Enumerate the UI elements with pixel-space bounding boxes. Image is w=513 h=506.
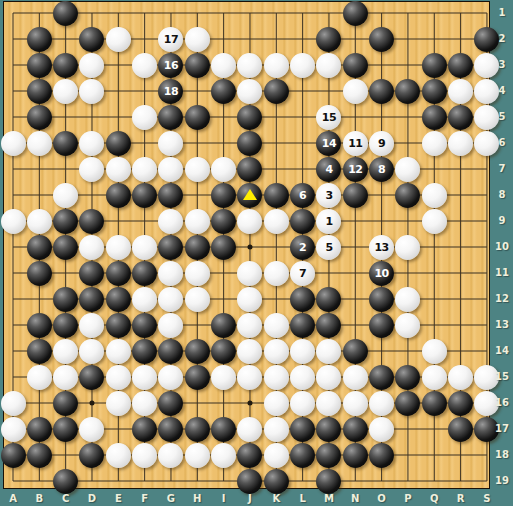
row-label-19: 19 <box>492 475 512 486</box>
stone-D4[interactable] <box>79 79 104 104</box>
stone-H2[interactable] <box>185 27 210 52</box>
stone-O18[interactable] <box>369 443 394 468</box>
stone-D13[interactable] <box>79 313 104 338</box>
stone-N16[interactable] <box>343 391 368 416</box>
row-label-11: 11 <box>492 267 512 278</box>
stone-B5[interactable] <box>27 105 52 130</box>
col-label-K: K <box>268 493 284 504</box>
col-label-O: O <box>374 493 390 504</box>
stone-B14[interactable] <box>27 339 52 364</box>
stone-Q9[interactable] <box>422 209 447 234</box>
stone-N18[interactable] <box>343 443 368 468</box>
stone-G13[interactable] <box>158 313 183 338</box>
stone-N17[interactable] <box>343 417 368 442</box>
stone-I9[interactable] <box>211 209 236 234</box>
stone-B9[interactable] <box>27 209 52 234</box>
stone-R4[interactable] <box>448 79 473 104</box>
stone-B17[interactable] <box>27 417 52 442</box>
stone-E18[interactable] <box>106 443 131 468</box>
stone-J18[interactable] <box>237 443 262 468</box>
row-label-18: 18 <box>492 449 512 460</box>
col-label-C: C <box>58 493 74 504</box>
stone-P12[interactable] <box>395 287 420 312</box>
col-label-B: B <box>31 493 47 504</box>
stone-O10[interactable]: 13 <box>369 235 394 260</box>
stone-I18[interactable] <box>211 443 236 468</box>
stone-F7[interactable] <box>132 157 157 182</box>
stone-R17[interactable] <box>448 417 473 442</box>
stone-F10[interactable] <box>132 235 157 260</box>
col-label-R: R <box>453 493 469 504</box>
row-label-16: 16 <box>492 397 512 408</box>
stone-Q8[interactable] <box>422 183 447 208</box>
stone-L12[interactable] <box>290 287 315 312</box>
triangle-marker <box>243 189 257 200</box>
stone-R3[interactable] <box>448 53 473 78</box>
stone-C3[interactable] <box>53 53 78 78</box>
stone-E15[interactable] <box>106 365 131 390</box>
stone-E6[interactable] <box>106 131 131 156</box>
stone-A6[interactable] <box>1 131 26 156</box>
stone-H3[interactable] <box>185 53 210 78</box>
stone-B11[interactable] <box>27 261 52 286</box>
stone-J17[interactable] <box>237 417 262 442</box>
stone-C15[interactable] <box>53 365 78 390</box>
stone-B6[interactable] <box>27 131 52 156</box>
stone-H9[interactable] <box>185 209 210 234</box>
row-label-8: 8 <box>492 189 512 200</box>
stone-O2[interactable] <box>369 27 394 52</box>
stone-R5[interactable] <box>448 105 473 130</box>
row-label-15: 15 <box>492 371 512 382</box>
stone-G12[interactable] <box>158 287 183 312</box>
stone-J3[interactable] <box>237 53 262 78</box>
stone-J9[interactable] <box>237 209 262 234</box>
stone-E8[interactable] <box>106 183 131 208</box>
stone-N6[interactable]: 11 <box>343 131 368 156</box>
stone-K18[interactable] <box>264 443 289 468</box>
stone-N7[interactable]: 12 <box>343 157 368 182</box>
stone-G7[interactable] <box>158 157 183 182</box>
stone-E10[interactable] <box>106 235 131 260</box>
stone-J14[interactable] <box>237 339 262 364</box>
stone-D14[interactable] <box>79 339 104 364</box>
col-label-D: D <box>84 493 100 504</box>
stone-F12[interactable] <box>132 287 157 312</box>
stone-M10[interactable]: 5 <box>316 235 341 260</box>
stone-I10[interactable] <box>211 235 236 260</box>
stone-K8[interactable] <box>264 183 289 208</box>
stone-F14[interactable] <box>132 339 157 364</box>
stone-F13[interactable] <box>132 313 157 338</box>
stone-P13[interactable] <box>395 313 420 338</box>
stone-J13[interactable] <box>237 313 262 338</box>
stone-G11[interactable] <box>158 261 183 286</box>
col-label-A: A <box>5 493 21 504</box>
row-label-4: 4 <box>492 85 512 96</box>
stone-C4[interactable] <box>53 79 78 104</box>
stone-F16[interactable] <box>132 391 157 416</box>
stone-C13[interactable] <box>53 313 78 338</box>
stone-H15[interactable] <box>185 365 210 390</box>
stone-L11[interactable]: 7 <box>290 261 315 286</box>
stone-Q6[interactable] <box>422 131 447 156</box>
stone-N14[interactable] <box>343 339 368 364</box>
stone-K3[interactable] <box>264 53 289 78</box>
stone-H11[interactable] <box>185 261 210 286</box>
stone-K17[interactable] <box>264 417 289 442</box>
stone-H7[interactable] <box>185 157 210 182</box>
stone-L13[interactable] <box>290 313 315 338</box>
col-label-M: M <box>321 493 337 504</box>
stone-C1[interactable] <box>53 1 78 26</box>
stone-C14[interactable] <box>53 339 78 364</box>
stone-J15[interactable] <box>237 365 262 390</box>
stone-I17[interactable] <box>211 417 236 442</box>
stone-C17[interactable] <box>53 417 78 442</box>
stone-L8[interactable]: 6 <box>290 183 315 208</box>
stone-G17[interactable] <box>158 417 183 442</box>
star-point <box>247 245 252 250</box>
stone-L17[interactable] <box>290 417 315 442</box>
stone-R6[interactable] <box>448 131 473 156</box>
stone-G10[interactable] <box>158 235 183 260</box>
star-point <box>247 401 252 406</box>
stone-K13[interactable] <box>264 313 289 338</box>
stone-K16[interactable] <box>264 391 289 416</box>
stone-B18[interactable] <box>27 443 52 468</box>
stone-C8[interactable] <box>53 183 78 208</box>
stone-D6[interactable] <box>79 131 104 156</box>
stone-L14[interactable] <box>290 339 315 364</box>
stone-B2[interactable] <box>27 27 52 52</box>
col-label-S: S <box>479 493 495 504</box>
stone-F5[interactable] <box>132 105 157 130</box>
col-label-F: F <box>137 493 153 504</box>
stone-F8[interactable] <box>132 183 157 208</box>
stone-I3[interactable] <box>211 53 236 78</box>
stone-I15[interactable] <box>211 365 236 390</box>
stone-O7[interactable]: 8 <box>369 157 394 182</box>
stone-M13[interactable] <box>316 313 341 338</box>
stone-L15[interactable] <box>290 365 315 390</box>
stone-N4[interactable] <box>343 79 368 104</box>
stone-B10[interactable] <box>27 235 52 260</box>
stone-M6[interactable]: 14 <box>316 131 341 156</box>
col-label-N: N <box>347 493 363 504</box>
stone-R16[interactable] <box>448 391 473 416</box>
stone-C16[interactable] <box>53 391 78 416</box>
stone-G9[interactable] <box>158 209 183 234</box>
stone-E13[interactable] <box>106 313 131 338</box>
stone-H18[interactable] <box>185 443 210 468</box>
stone-M5[interactable]: 15 <box>316 105 341 130</box>
stone-G15[interactable] <box>158 365 183 390</box>
stone-Q4[interactable] <box>422 79 447 104</box>
row-label-10: 10 <box>492 241 512 252</box>
stone-J12[interactable] <box>237 287 262 312</box>
row-label-5: 5 <box>492 111 512 122</box>
row-label-17: 17 <box>492 423 512 434</box>
stone-Q3[interactable] <box>422 53 447 78</box>
row-label-9: 9 <box>492 215 512 226</box>
row-label-1: 1 <box>492 7 512 18</box>
stone-D7[interactable] <box>79 157 104 182</box>
stone-R15[interactable] <box>448 365 473 390</box>
stone-E14[interactable] <box>106 339 131 364</box>
stone-C12[interactable] <box>53 287 78 312</box>
stone-M7[interactable]: 4 <box>316 157 341 182</box>
stone-C9[interactable] <box>53 209 78 234</box>
col-label-J: J <box>242 493 258 504</box>
stone-K19[interactable] <box>264 469 289 494</box>
stone-A18[interactable] <box>1 443 26 468</box>
col-label-Q: Q <box>426 493 442 504</box>
stone-J5[interactable] <box>237 105 262 130</box>
stone-M19[interactable] <box>316 469 341 494</box>
stone-F3[interactable] <box>132 53 157 78</box>
row-label-14: 14 <box>492 345 512 356</box>
stone-O11[interactable]: 10 <box>369 261 394 286</box>
stone-M18[interactable] <box>316 443 341 468</box>
stone-E16[interactable] <box>106 391 131 416</box>
stone-D15[interactable] <box>79 365 104 390</box>
stone-L18[interactable] <box>290 443 315 468</box>
stone-O4[interactable] <box>369 79 394 104</box>
stone-N1[interactable] <box>343 1 368 26</box>
stone-D11[interactable] <box>79 261 104 286</box>
stone-D12[interactable] <box>79 287 104 312</box>
stone-K14[interactable] <box>264 339 289 364</box>
stone-H12[interactable] <box>185 287 210 312</box>
stone-D10[interactable] <box>79 235 104 260</box>
stone-F11[interactable] <box>132 261 157 286</box>
stone-F17[interactable] <box>132 417 157 442</box>
stone-G3[interactable]: 16 <box>158 53 183 78</box>
stone-M2[interactable] <box>316 27 341 52</box>
stone-G5[interactable] <box>158 105 183 130</box>
stone-G16[interactable] <box>158 391 183 416</box>
stone-O17[interactable] <box>369 417 394 442</box>
stone-N8[interactable] <box>343 183 368 208</box>
stone-M3[interactable] <box>316 53 341 78</box>
stone-J19[interactable] <box>237 469 262 494</box>
col-label-I: I <box>216 493 232 504</box>
stone-L3[interactable] <box>290 53 315 78</box>
stone-H5[interactable] <box>185 105 210 130</box>
stone-Q15[interactable] <box>422 365 447 390</box>
go-board-frame: 171618151411941286312513710 ABCDEFGHIJKL… <box>0 0 513 506</box>
stone-G14[interactable] <box>158 339 183 364</box>
star-point <box>89 401 94 406</box>
stone-L16[interactable] <box>290 391 315 416</box>
stone-P10[interactable] <box>395 235 420 260</box>
stone-F18[interactable] <box>132 443 157 468</box>
stone-B15[interactable] <box>27 365 52 390</box>
stone-J4[interactable] <box>237 79 262 104</box>
stone-G2[interactable]: 17 <box>158 27 183 52</box>
row-label-12: 12 <box>492 293 512 304</box>
stone-F15[interactable] <box>132 365 157 390</box>
col-label-P: P <box>400 493 416 504</box>
stone-E7[interactable] <box>106 157 131 182</box>
stone-P4[interactable] <box>395 79 420 104</box>
stone-P15[interactable] <box>395 365 420 390</box>
stone-K11[interactable] <box>264 261 289 286</box>
stone-D9[interactable] <box>79 209 104 234</box>
stone-O13[interactable] <box>369 313 394 338</box>
stone-O6[interactable]: 9 <box>369 131 394 156</box>
row-label-2: 2 <box>492 33 512 44</box>
stone-G4[interactable]: 18 <box>158 79 183 104</box>
stone-M8[interactable]: 3 <box>316 183 341 208</box>
stone-H17[interactable] <box>185 417 210 442</box>
stone-J11[interactable] <box>237 261 262 286</box>
stone-H10[interactable] <box>185 235 210 260</box>
stone-B3[interactable] <box>27 53 52 78</box>
stone-L10[interactable]: 2 <box>290 235 315 260</box>
col-label-G: G <box>163 493 179 504</box>
stone-I8[interactable] <box>211 183 236 208</box>
stone-D2[interactable] <box>79 27 104 52</box>
row-label-7: 7 <box>492 163 512 174</box>
stone-L9[interactable] <box>290 209 315 234</box>
stone-C10[interactable] <box>53 235 78 260</box>
stone-G6[interactable] <box>158 131 183 156</box>
stone-Q14[interactable] <box>422 339 447 364</box>
stone-P8[interactable] <box>395 183 420 208</box>
stone-I13[interactable] <box>211 313 236 338</box>
stone-M17[interactable] <box>316 417 341 442</box>
stone-N3[interactable] <box>343 53 368 78</box>
row-label-6: 6 <box>492 137 512 148</box>
stone-K4[interactable] <box>264 79 289 104</box>
stone-O16[interactable] <box>369 391 394 416</box>
stone-C6[interactable] <box>53 131 78 156</box>
stone-J6[interactable] <box>237 131 262 156</box>
stone-M16[interactable] <box>316 391 341 416</box>
stone-E12[interactable] <box>106 287 131 312</box>
stone-A16[interactable] <box>1 391 26 416</box>
col-label-E: E <box>110 493 126 504</box>
stone-M15[interactable] <box>316 365 341 390</box>
stone-P7[interactable] <box>395 157 420 182</box>
stone-B13[interactable] <box>27 313 52 338</box>
stone-B4[interactable] <box>27 79 52 104</box>
stone-D3[interactable] <box>79 53 104 78</box>
stone-I7[interactable] <box>211 157 236 182</box>
stone-E2[interactable] <box>106 27 131 52</box>
stone-E11[interactable] <box>106 261 131 286</box>
row-label-13: 13 <box>492 319 512 330</box>
stone-D17[interactable] <box>79 417 104 442</box>
stone-M9[interactable]: 1 <box>316 209 341 234</box>
col-label-H: H <box>189 493 205 504</box>
stone-I4[interactable] <box>211 79 236 104</box>
stone-A9[interactable] <box>1 209 26 234</box>
stone-J7[interactable] <box>237 157 262 182</box>
stone-O15[interactable] <box>369 365 394 390</box>
stone-A17[interactable] <box>1 417 26 442</box>
stone-G18[interactable] <box>158 443 183 468</box>
stone-G8[interactable] <box>158 183 183 208</box>
go-board[interactable]: 171618151411941286312513710 <box>3 1 490 489</box>
stone-M14[interactable] <box>316 339 341 364</box>
stone-N15[interactable] <box>343 365 368 390</box>
stone-K15[interactable] <box>264 365 289 390</box>
col-label-L: L <box>295 493 311 504</box>
stone-I14[interactable] <box>211 339 236 364</box>
stone-Q5[interactable] <box>422 105 447 130</box>
stone-P16[interactable] <box>395 391 420 416</box>
stone-D18[interactable] <box>79 443 104 468</box>
row-label-3: 3 <box>492 59 512 70</box>
stone-H14[interactable] <box>185 339 210 364</box>
stone-K9[interactable] <box>264 209 289 234</box>
stone-Q16[interactable] <box>422 391 447 416</box>
stone-C19[interactable] <box>53 469 78 494</box>
stone-M12[interactable] <box>316 287 341 312</box>
stone-O12[interactable] <box>369 287 394 312</box>
